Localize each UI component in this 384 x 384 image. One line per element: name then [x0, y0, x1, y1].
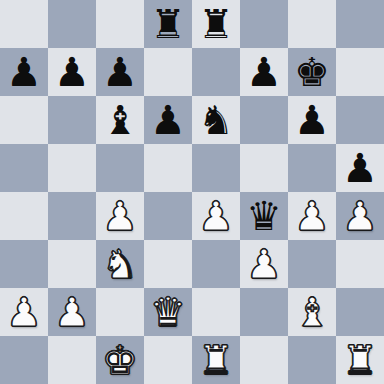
square-a7[interactable]: ♟ — [0, 48, 48, 96]
square-f6[interactable] — [240, 96, 288, 144]
square-a4[interactable] — [0, 192, 48, 240]
square-h1[interactable]: ♜ — [336, 336, 384, 384]
piece-white-pawn[interactable]: ♟ — [192, 192, 240, 240]
piece-white-bishop[interactable]: ♝ — [288, 288, 336, 336]
piece-white-rook[interactable]: ♜ — [336, 336, 384, 384]
piece-black-pawn[interactable]: ♟ — [48, 48, 96, 96]
square-b8[interactable] — [48, 0, 96, 48]
square-e2[interactable] — [192, 288, 240, 336]
square-f3[interactable]: ♟ — [240, 240, 288, 288]
chess-board: ♜♜♟♟♟♟♚♝♟♞♟♟♟♟♛♟♟♞♟♟♟♛♝♚♜♜ — [0, 0, 384, 384]
square-c3[interactable]: ♞ — [96, 240, 144, 288]
piece-black-pawn[interactable]: ♟ — [288, 96, 336, 144]
square-h3[interactable] — [336, 240, 384, 288]
square-g6[interactable]: ♟ — [288, 96, 336, 144]
square-f7[interactable]: ♟ — [240, 48, 288, 96]
square-g5[interactable] — [288, 144, 336, 192]
square-a3[interactable] — [0, 240, 48, 288]
square-b5[interactable] — [48, 144, 96, 192]
square-e5[interactable] — [192, 144, 240, 192]
square-d2[interactable]: ♛ — [144, 288, 192, 336]
piece-white-knight[interactable]: ♞ — [96, 240, 144, 288]
square-b4[interactable] — [48, 192, 96, 240]
square-d4[interactable] — [144, 192, 192, 240]
square-g3[interactable] — [288, 240, 336, 288]
piece-black-rook[interactable]: ♜ — [192, 0, 240, 48]
square-c1[interactable]: ♚ — [96, 336, 144, 384]
piece-white-pawn[interactable]: ♟ — [288, 192, 336, 240]
piece-white-king[interactable]: ♚ — [96, 336, 144, 384]
piece-white-pawn[interactable]: ♟ — [48, 288, 96, 336]
square-f8[interactable] — [240, 0, 288, 48]
square-e4[interactable]: ♟ — [192, 192, 240, 240]
piece-black-knight[interactable]: ♞ — [192, 96, 240, 144]
square-f1[interactable] — [240, 336, 288, 384]
square-c5[interactable] — [96, 144, 144, 192]
square-d5[interactable] — [144, 144, 192, 192]
square-e8[interactable]: ♜ — [192, 0, 240, 48]
square-e3[interactable] — [192, 240, 240, 288]
square-e1[interactable]: ♜ — [192, 336, 240, 384]
piece-white-pawn[interactable]: ♟ — [0, 288, 48, 336]
square-b7[interactable]: ♟ — [48, 48, 96, 96]
square-d8[interactable]: ♜ — [144, 0, 192, 48]
piece-white-pawn[interactable]: ♟ — [336, 192, 384, 240]
square-c7[interactable]: ♟ — [96, 48, 144, 96]
piece-black-pawn[interactable]: ♟ — [144, 96, 192, 144]
piece-white-queen[interactable]: ♛ — [144, 288, 192, 336]
square-f2[interactable] — [240, 288, 288, 336]
square-b1[interactable] — [48, 336, 96, 384]
square-c2[interactable] — [96, 288, 144, 336]
square-a1[interactable] — [0, 336, 48, 384]
piece-black-pawn[interactable]: ♟ — [0, 48, 48, 96]
square-b2[interactable]: ♟ — [48, 288, 96, 336]
piece-black-bishop[interactable]: ♝ — [96, 96, 144, 144]
square-g8[interactable] — [288, 0, 336, 48]
square-c4[interactable]: ♟ — [96, 192, 144, 240]
square-d6[interactable]: ♟ — [144, 96, 192, 144]
square-a2[interactable]: ♟ — [0, 288, 48, 336]
piece-white-rook[interactable]: ♜ — [192, 336, 240, 384]
piece-black-queen[interactable]: ♛ — [240, 192, 288, 240]
square-h8[interactable] — [336, 0, 384, 48]
square-g7[interactable]: ♚ — [288, 48, 336, 96]
square-f5[interactable] — [240, 144, 288, 192]
piece-black-pawn[interactable]: ♟ — [96, 48, 144, 96]
square-b3[interactable] — [48, 240, 96, 288]
square-g2[interactable]: ♝ — [288, 288, 336, 336]
piece-black-king[interactable]: ♚ — [288, 48, 336, 96]
square-g4[interactable]: ♟ — [288, 192, 336, 240]
piece-white-pawn[interactable]: ♟ — [240, 240, 288, 288]
square-h4[interactable]: ♟ — [336, 192, 384, 240]
square-h6[interactable] — [336, 96, 384, 144]
square-b6[interactable] — [48, 96, 96, 144]
piece-black-rook[interactable]: ♜ — [144, 0, 192, 48]
square-e7[interactable] — [192, 48, 240, 96]
square-d1[interactable] — [144, 336, 192, 384]
square-d7[interactable] — [144, 48, 192, 96]
square-h5[interactable]: ♟ — [336, 144, 384, 192]
square-c6[interactable]: ♝ — [96, 96, 144, 144]
square-a8[interactable] — [0, 0, 48, 48]
square-c8[interactable] — [96, 0, 144, 48]
square-h2[interactable] — [336, 288, 384, 336]
piece-white-pawn[interactable]: ♟ — [96, 192, 144, 240]
square-a6[interactable] — [0, 96, 48, 144]
square-f4[interactable]: ♛ — [240, 192, 288, 240]
square-d3[interactable] — [144, 240, 192, 288]
square-e6[interactable]: ♞ — [192, 96, 240, 144]
piece-black-pawn[interactable]: ♟ — [336, 144, 384, 192]
square-a5[interactable] — [0, 144, 48, 192]
square-g1[interactable] — [288, 336, 336, 384]
square-h7[interactable] — [336, 48, 384, 96]
piece-black-pawn[interactable]: ♟ — [240, 48, 288, 96]
